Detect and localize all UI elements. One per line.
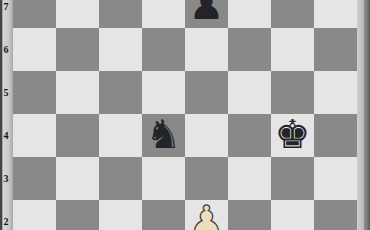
square-g2[interactable]	[271, 200, 314, 230]
square-e6[interactable]	[185, 28, 228, 71]
square-d3[interactable]	[142, 157, 185, 200]
square-h5[interactable]	[314, 71, 357, 114]
square-b7[interactable]	[56, 0, 99, 28]
square-d5[interactable]	[142, 71, 185, 114]
square-g7[interactable]	[271, 0, 314, 28]
square-c4[interactable]	[99, 114, 142, 157]
square-g6[interactable]	[271, 28, 314, 71]
rank-label-2: 2	[0, 216, 12, 228]
square-a5[interactable]	[13, 71, 56, 114]
square-e3[interactable]	[185, 157, 228, 200]
square-h2[interactable]	[314, 200, 357, 230]
square-h3[interactable]	[314, 157, 357, 200]
square-b3[interactable]	[56, 157, 99, 200]
white-pawn-e2: ♟	[189, 199, 225, 230]
square-c6[interactable]	[99, 28, 142, 71]
rank-label-3: 3	[0, 173, 12, 185]
square-a4[interactable]	[13, 114, 56, 157]
square-f6[interactable]	[228, 28, 271, 71]
black-pawn-e7: ♟	[189, 0, 225, 27]
square-h6[interactable]	[314, 28, 357, 71]
black-king-g4: ♚	[275, 113, 311, 156]
rank-label-6: 6	[0, 44, 12, 56]
square-c5[interactable]	[99, 71, 142, 114]
square-d6[interactable]	[142, 28, 185, 71]
square-c3[interactable]	[99, 157, 142, 200]
square-f5[interactable]	[228, 71, 271, 114]
square-c2[interactable]	[99, 200, 142, 230]
square-g3[interactable]	[271, 157, 314, 200]
square-b2[interactable]	[56, 200, 99, 230]
square-a7[interactable]	[13, 0, 56, 28]
chess-board: ♟♞♚♟	[13, 0, 357, 230]
square-g4[interactable]: ♚	[271, 114, 314, 157]
square-d7[interactable]	[142, 0, 185, 28]
square-h4[interactable]	[314, 114, 357, 157]
square-f2[interactable]	[228, 200, 271, 230]
square-e7[interactable]: ♟	[185, 0, 228, 28]
square-b6[interactable]	[56, 28, 99, 71]
square-e5[interactable]	[185, 71, 228, 114]
square-e4[interactable]	[185, 114, 228, 157]
square-h7[interactable]	[314, 0, 357, 28]
rank-label-4: 4	[0, 130, 12, 142]
board-right-border	[357, 0, 370, 230]
square-b5[interactable]	[56, 71, 99, 114]
square-f4[interactable]	[228, 114, 271, 157]
chess-board-screenshot: ♟♞♚♟ 765432	[0, 0, 370, 230]
square-d2[interactable]	[142, 200, 185, 230]
square-c7[interactable]	[99, 0, 142, 28]
square-d4[interactable]: ♞	[142, 114, 185, 157]
square-g5[interactable]	[271, 71, 314, 114]
square-f3[interactable]	[228, 157, 271, 200]
square-e2[interactable]: ♟	[185, 200, 228, 230]
square-a3[interactable]	[13, 157, 56, 200]
black-knight-d4: ♞	[146, 113, 182, 156]
rank-label-7: 7	[0, 1, 12, 13]
rank-label-rail: 765432	[0, 0, 13, 230]
rank-label-5: 5	[0, 87, 12, 99]
square-b4[interactable]	[56, 114, 99, 157]
square-a6[interactable]	[13, 28, 56, 71]
square-f7[interactable]	[228, 0, 271, 28]
square-a2[interactable]	[13, 200, 56, 230]
